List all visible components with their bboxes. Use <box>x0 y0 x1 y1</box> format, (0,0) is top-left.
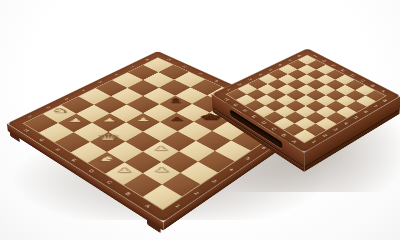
box-square-2-6 <box>336 95 356 106</box>
box-square-3-6 <box>326 101 346 112</box>
square-e1 <box>71 142 107 163</box>
square-d1: ♞ <box>88 152 125 174</box>
product-photo-scene: ♝♚♟♟♟♟♞♟♛♟♞♟ HGFEDCBA HGFEDCBA 12345678 … <box>0 0 400 240</box>
white-pawn-e4: ♟ <box>131 117 155 122</box>
square-d4 <box>143 122 178 141</box>
file-labels-bottom: HGFEDCBA <box>14 123 163 215</box>
box-square-7-6 <box>284 123 305 135</box>
square-a1 <box>143 185 182 210</box>
white-pawn-g2: ♟ <box>63 118 88 123</box>
box-square-6-5 <box>285 112 306 124</box>
box-square-7-1 <box>236 94 256 105</box>
box-square-7-3 <box>254 106 274 118</box>
square-a2 <box>162 173 200 197</box>
box-square-7-4 <box>264 111 285 123</box>
square-d3 <box>125 132 160 152</box>
box-square-6-6 <box>295 118 316 130</box>
box-square-6-3 <box>265 100 285 111</box>
box-square-7-5 <box>274 117 295 129</box>
square-c4 <box>161 131 196 151</box>
square-a3 <box>180 162 217 185</box>
dark-pawn-d5: ♟ <box>165 117 189 122</box>
box-square-7-2 <box>245 100 265 111</box>
white-pawn-c1: ♟ <box>111 167 138 173</box>
board-foot <box>147 219 161 233</box>
box-square-4-6 <box>316 106 336 118</box>
box-square-5-5 <box>295 106 315 118</box>
white-pawn-c3: ♟ <box>148 145 173 151</box>
box-square-1-7 <box>356 96 376 107</box>
white-pawn-f3: ♟ <box>97 117 121 122</box>
board-foot <box>10 131 20 142</box>
box-square-3-5 <box>316 95 336 106</box>
box-square-5-7 <box>316 118 337 130</box>
square-g1 <box>39 123 74 142</box>
white-queen-e2: ♛ <box>95 133 121 142</box>
box-square-4-7 <box>326 112 347 124</box>
square-c2 <box>125 152 162 174</box>
square-a5 <box>215 141 251 162</box>
square-e2: ♛ <box>90 132 125 152</box>
box-square-5-6 <box>305 112 326 124</box>
square-b2: ♟ <box>143 162 180 185</box>
box-square-2-7 <box>346 101 366 112</box>
box-square-3-7 <box>336 106 357 118</box>
square-f2 <box>74 123 109 142</box>
square-c5 <box>178 122 213 141</box>
box-square-5-3 <box>276 95 296 106</box>
square-b4 <box>179 141 215 162</box>
white-knight-d1: ♞ <box>93 155 120 163</box>
box-square-4-5 <box>306 101 326 112</box>
square-c3: ♟ <box>143 141 179 162</box>
box-square-7-7 <box>294 130 315 143</box>
white-knight-h2: ♞ <box>48 108 73 114</box>
square-f1 <box>55 132 90 152</box>
box-square-6-7 <box>305 124 326 136</box>
white-pawn-b2: ♟ <box>148 167 175 173</box>
box-square-4-4 <box>296 95 316 106</box>
square-b1 <box>124 173 162 197</box>
box-square-5-4 <box>285 100 305 111</box>
box-square-6-4 <box>275 106 295 118</box>
square-d2 <box>107 142 143 163</box>
square-b3 <box>161 151 198 173</box>
box-square-6-2 <box>256 95 276 106</box>
square-e3 <box>108 122 143 141</box>
square-b5 <box>196 131 231 151</box>
square-c1: ♟ <box>105 162 143 185</box>
square-a4 <box>198 151 235 173</box>
